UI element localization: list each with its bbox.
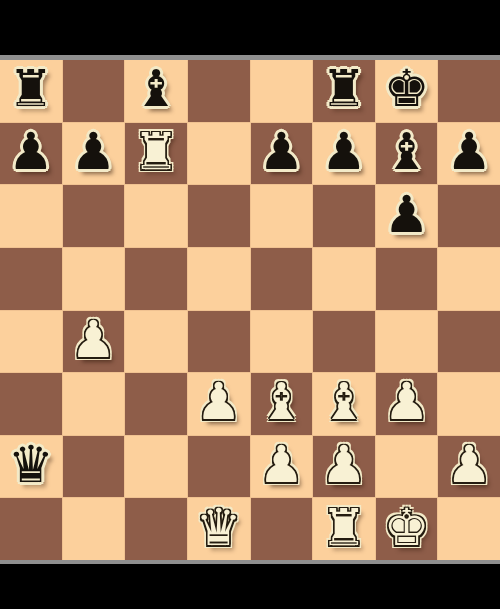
square-a2[interactable]: ♛ <box>0 436 62 498</box>
square-g6[interactable]: ♟ <box>376 185 438 247</box>
piece-white-rook[interactable]: ♜ <box>321 502 367 553</box>
piece-white-pawn[interactable]: ♟ <box>71 314 117 365</box>
square-c8[interactable]: ♝ <box>125 60 187 122</box>
square-h1[interactable] <box>438 498 500 560</box>
square-g4[interactable] <box>376 311 438 373</box>
square-h3[interactable] <box>438 373 500 435</box>
piece-black-bishop[interactable]: ♝ <box>133 63 179 114</box>
square-f4[interactable] <box>313 311 375 373</box>
square-e6[interactable] <box>251 185 313 247</box>
piece-black-pawn[interactable]: ♟ <box>384 189 430 240</box>
square-g2[interactable] <box>376 436 438 498</box>
square-g8[interactable]: ♚ <box>376 60 438 122</box>
chess-app-frame: ♜♝♜♚♟♟♜♟♟♝♟♟♟♟♝♝♟♛♟♟♟♛♜♚ <box>0 0 500 609</box>
piece-white-pawn[interactable]: ♟ <box>258 439 304 490</box>
square-e8[interactable] <box>251 60 313 122</box>
piece-black-pawn[interactable]: ♟ <box>258 126 304 177</box>
square-d4[interactable] <box>188 311 250 373</box>
square-a3[interactable] <box>0 373 62 435</box>
piece-black-pawn[interactable]: ♟ <box>8 126 54 177</box>
square-a7[interactable]: ♟ <box>0 123 62 185</box>
square-b7[interactable]: ♟ <box>63 123 125 185</box>
square-h6[interactable] <box>438 185 500 247</box>
square-f7[interactable]: ♟ <box>313 123 375 185</box>
piece-black-queen[interactable]: ♛ <box>8 439 54 490</box>
square-f1[interactable]: ♜ <box>313 498 375 560</box>
piece-white-pawn[interactable]: ♟ <box>321 439 367 490</box>
square-e3[interactable]: ♝ <box>251 373 313 435</box>
piece-black-king[interactable]: ♚ <box>384 63 430 114</box>
square-c6[interactable] <box>125 185 187 247</box>
piece-white-pawn[interactable]: ♟ <box>384 376 430 427</box>
piece-white-bishop[interactable]: ♝ <box>321 376 367 427</box>
square-a4[interactable] <box>0 311 62 373</box>
square-b1[interactable] <box>63 498 125 560</box>
square-e1[interactable] <box>251 498 313 560</box>
square-c3[interactable] <box>125 373 187 435</box>
piece-black-rook[interactable]: ♜ <box>8 63 54 114</box>
square-d8[interactable] <box>188 60 250 122</box>
square-h2[interactable]: ♟ <box>438 436 500 498</box>
piece-black-pawn[interactable]: ♟ <box>446 126 492 177</box>
square-c4[interactable] <box>125 311 187 373</box>
piece-white-queen[interactable]: ♛ <box>196 502 242 553</box>
square-f8[interactable]: ♜ <box>313 60 375 122</box>
square-a8[interactable]: ♜ <box>0 60 62 122</box>
piece-white-pawn[interactable]: ♟ <box>196 376 242 427</box>
square-a1[interactable] <box>0 498 62 560</box>
square-e2[interactable]: ♟ <box>251 436 313 498</box>
piece-black-rook[interactable]: ♜ <box>321 63 367 114</box>
square-f2[interactable]: ♟ <box>313 436 375 498</box>
square-f6[interactable] <box>313 185 375 247</box>
piece-black-bishop[interactable]: ♝ <box>384 126 430 177</box>
square-a6[interactable] <box>0 185 62 247</box>
square-h5[interactable] <box>438 248 500 310</box>
square-b5[interactable] <box>63 248 125 310</box>
bottom-letterbox-bar <box>0 564 500 609</box>
square-d2[interactable] <box>188 436 250 498</box>
square-b8[interactable] <box>63 60 125 122</box>
piece-white-king[interactable]: ♚ <box>384 502 430 553</box>
square-b6[interactable] <box>63 185 125 247</box>
square-g7[interactable]: ♝ <box>376 123 438 185</box>
square-c5[interactable] <box>125 248 187 310</box>
square-h7[interactable]: ♟ <box>438 123 500 185</box>
square-g5[interactable] <box>376 248 438 310</box>
square-d6[interactable] <box>188 185 250 247</box>
square-c2[interactable] <box>125 436 187 498</box>
square-b3[interactable] <box>63 373 125 435</box>
piece-white-rook[interactable]: ♜ <box>133 126 179 177</box>
square-f3[interactable]: ♝ <box>313 373 375 435</box>
square-f5[interactable] <box>313 248 375 310</box>
square-e4[interactable] <box>251 311 313 373</box>
square-a5[interactable] <box>0 248 62 310</box>
square-d5[interactable] <box>188 248 250 310</box>
square-g3[interactable]: ♟ <box>376 373 438 435</box>
piece-black-pawn[interactable]: ♟ <box>321 126 367 177</box>
square-d1[interactable]: ♛ <box>188 498 250 560</box>
square-d3[interactable]: ♟ <box>188 373 250 435</box>
square-d7[interactable] <box>188 123 250 185</box>
square-h4[interactable] <box>438 311 500 373</box>
top-letterbox-bar <box>0 0 500 55</box>
square-b4[interactable]: ♟ <box>63 311 125 373</box>
square-e5[interactable] <box>251 248 313 310</box>
square-c1[interactable] <box>125 498 187 560</box>
square-g1[interactable]: ♚ <box>376 498 438 560</box>
square-h8[interactable] <box>438 60 500 122</box>
square-c7[interactable]: ♜ <box>125 123 187 185</box>
square-e7[interactable]: ♟ <box>251 123 313 185</box>
piece-white-bishop[interactable]: ♝ <box>258 376 304 427</box>
piece-black-pawn[interactable]: ♟ <box>71 126 117 177</box>
piece-white-pawn[interactable]: ♟ <box>446 439 492 490</box>
chess-board: ♜♝♜♚♟♟♜♟♟♝♟♟♟♟♝♝♟♛♟♟♟♛♜♚ <box>0 60 500 560</box>
square-b2[interactable] <box>63 436 125 498</box>
